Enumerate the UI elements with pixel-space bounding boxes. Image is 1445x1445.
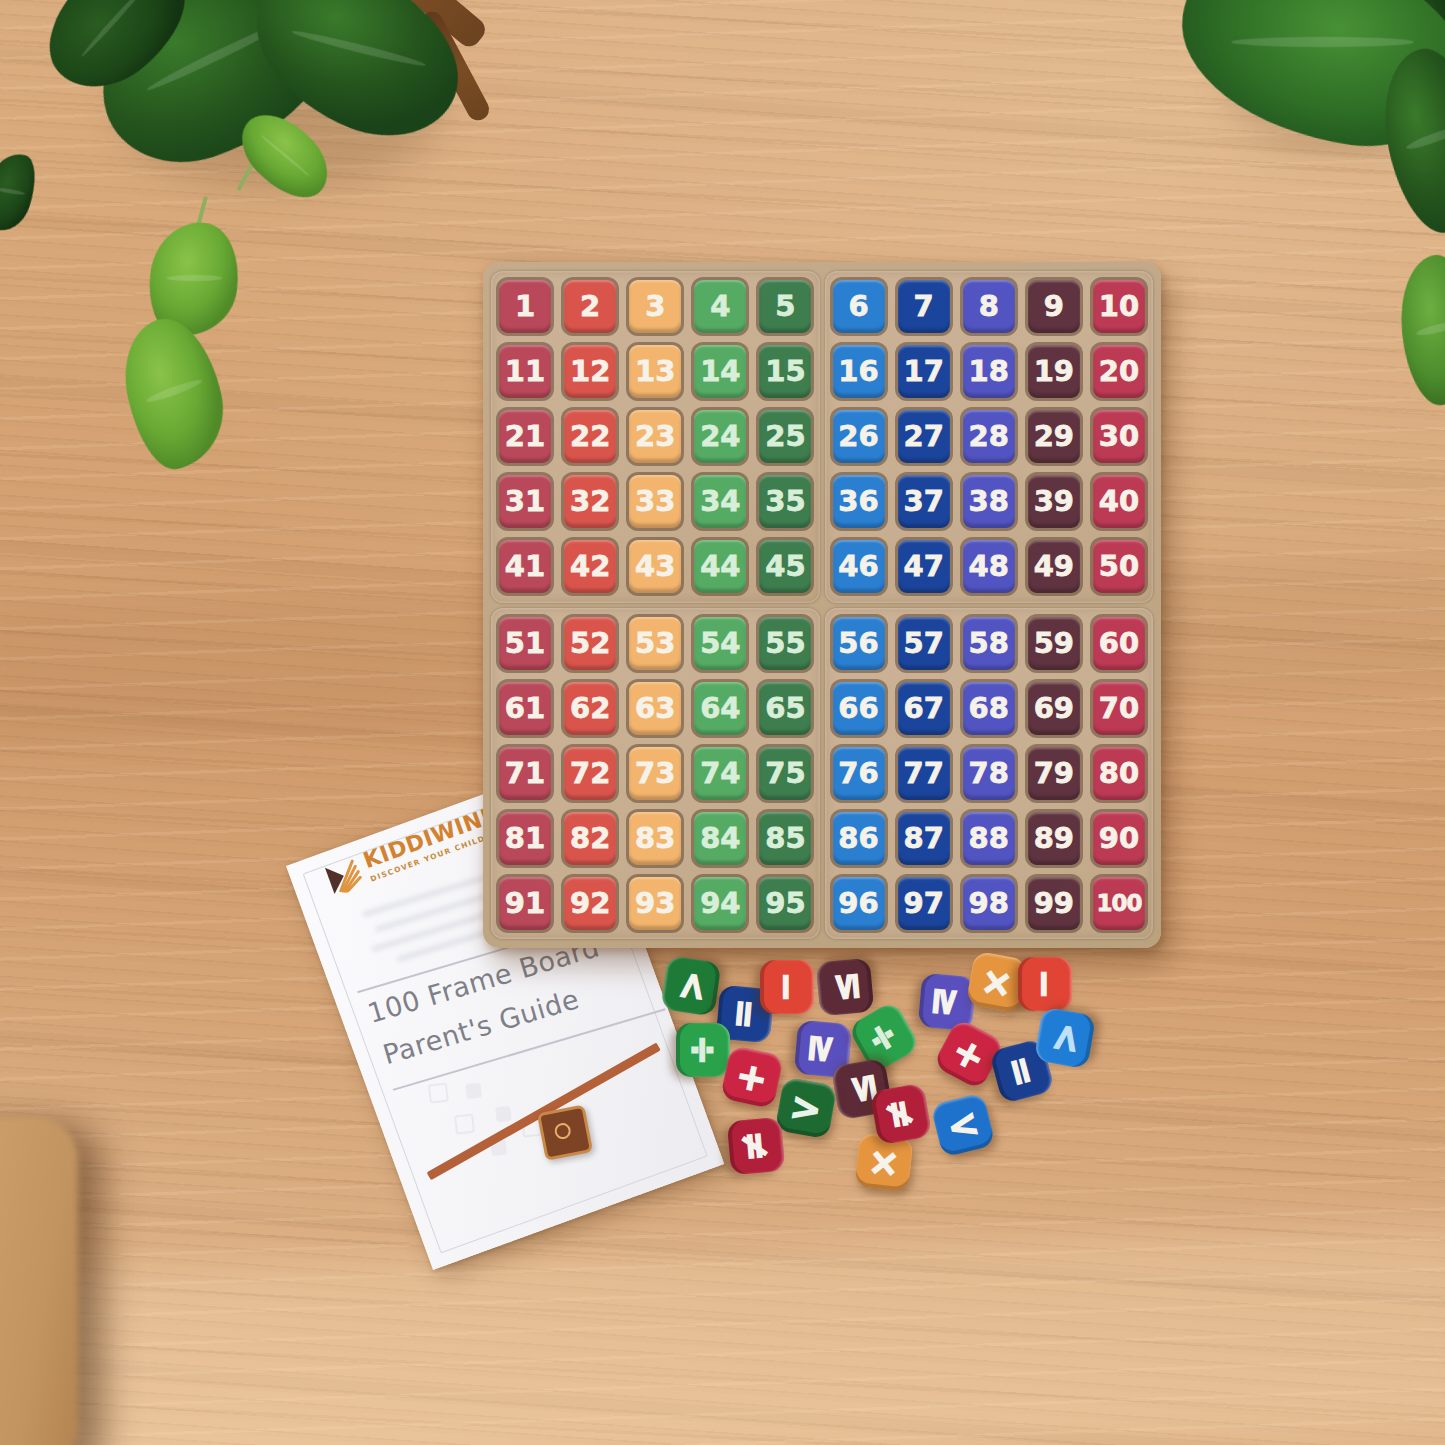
op-tile-not-equal[interactable]: ≠ (870, 1083, 933, 1146)
op-tile-divide[interactable]: ÷ (676, 1023, 730, 1077)
op-tile-greater-than[interactable]: > (775, 1077, 838, 1140)
op-tile-minus[interactable]: − (1018, 957, 1072, 1011)
op-tile-greater-than[interactable]: > (1034, 1007, 1097, 1070)
op-tile-minus[interactable]: − (760, 960, 814, 1014)
product-photo-scene: KIDDIWINKS DISCOVER YOUR CHILD 100 Frame… (0, 0, 1445, 1445)
op-tile-less-or-equal[interactable]: ≤ (816, 958, 875, 1017)
op-tile-greater-than[interactable]: > (661, 956, 722, 1017)
op-tiles-layer: >=−≤÷+≥÷≤>≠×≠≥×−+=>< (0, 0, 1445, 1445)
op-tile-less-than[interactable]: < (930, 1092, 995, 1157)
op-tile-not-equal[interactable]: ≠ (727, 1117, 786, 1176)
op-tile-plus[interactable]: + (720, 1045, 784, 1109)
